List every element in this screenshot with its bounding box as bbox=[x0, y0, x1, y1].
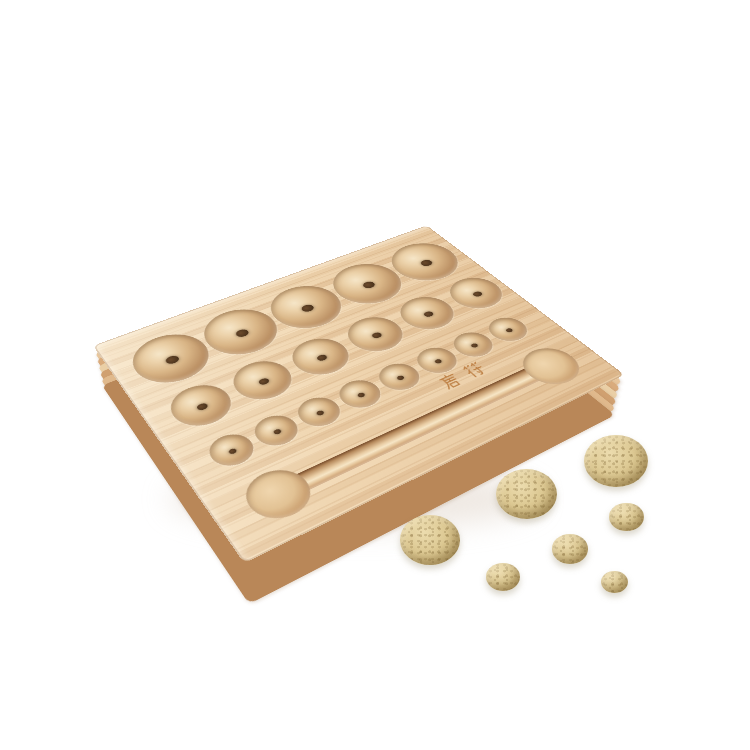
pit-hole bbox=[315, 353, 328, 361]
pit-hole bbox=[433, 358, 442, 364]
pit-hole bbox=[505, 327, 514, 332]
ball-2 bbox=[496, 469, 557, 519]
pit-r2-c3 bbox=[282, 332, 359, 382]
pit-hole bbox=[361, 280, 377, 289]
pit-hole bbox=[356, 392, 366, 398]
engraving-char-tang-icon bbox=[436, 372, 465, 391]
pit-r3-c1 bbox=[202, 429, 261, 472]
pit-hole bbox=[195, 402, 209, 411]
pit-hole bbox=[471, 290, 483, 297]
ball-1 bbox=[584, 435, 648, 487]
ball-6 bbox=[486, 563, 520, 591]
pit-hole bbox=[227, 447, 237, 454]
ball-4 bbox=[609, 503, 644, 532]
pit-hole bbox=[419, 259, 435, 268]
pit-hole bbox=[370, 331, 383, 339]
ball-3 bbox=[400, 515, 460, 564]
pit-hole bbox=[234, 328, 251, 338]
pit-hole bbox=[299, 303, 316, 313]
pit-hole bbox=[272, 428, 282, 435]
pit-r3-c2 bbox=[247, 410, 305, 451]
pit-hole bbox=[164, 354, 181, 365]
product-photo-scene: 唐符 bbox=[0, 0, 750, 750]
pit-hole bbox=[315, 409, 325, 416]
ball-5 bbox=[552, 534, 588, 564]
pit-hole bbox=[470, 343, 479, 349]
pit-r3-c3 bbox=[291, 392, 348, 431]
pit-r2-c2 bbox=[224, 354, 302, 407]
pit-r2-c1 bbox=[161, 378, 241, 434]
pit-hole bbox=[257, 377, 271, 386]
engraving-char-fu-icon bbox=[460, 361, 489, 380]
pit-hole bbox=[422, 310, 435, 317]
ball-7 bbox=[601, 571, 628, 593]
pit-hole bbox=[396, 375, 406, 381]
